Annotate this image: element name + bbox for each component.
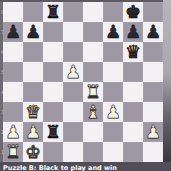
piece-black-pawn[interactable]: ♟ bbox=[25, 22, 41, 42]
piece-black-rook[interactable]: ♜ bbox=[45, 2, 61, 22]
square-b1[interactable]: ♚ bbox=[23, 142, 43, 162]
piece-black-queen[interactable]: ♛ bbox=[125, 42, 141, 62]
piece-white-pawn[interactable]: ♟ bbox=[105, 102, 121, 122]
chess-board: ♜♚♟♟♟♟♟♛♟♜♛♝♟♟♟♜♟♜♚ bbox=[3, 2, 163, 162]
square-e6[interactable] bbox=[83, 42, 103, 62]
rank-labels: 87654321 bbox=[0, 2, 3, 162]
square-e1[interactable] bbox=[83, 142, 103, 162]
square-g1[interactable] bbox=[123, 142, 143, 162]
square-c4[interactable] bbox=[43, 82, 63, 102]
square-f1[interactable] bbox=[103, 142, 123, 162]
caption-bar: Puzzle B: Black to play and win bbox=[0, 162, 171, 171]
square-f3[interactable]: ♟ bbox=[103, 102, 123, 122]
square-d4[interactable] bbox=[63, 82, 83, 102]
square-f7[interactable]: ♟ bbox=[103, 22, 123, 42]
square-d3[interactable] bbox=[63, 102, 83, 122]
square-f4[interactable] bbox=[103, 82, 123, 102]
piece-white-pawn[interactable]: ♟ bbox=[5, 122, 21, 142]
square-e2[interactable] bbox=[83, 122, 103, 142]
square-d5[interactable]: ♟ bbox=[63, 62, 83, 82]
square-a3[interactable] bbox=[3, 102, 23, 122]
piece-black-pawn[interactable]: ♟ bbox=[5, 22, 21, 42]
square-c6[interactable] bbox=[43, 42, 63, 62]
square-c7[interactable] bbox=[43, 22, 63, 42]
square-h5[interactable] bbox=[143, 62, 163, 82]
rank-label: 6 bbox=[0, 42, 3, 62]
piece-white-bishop[interactable]: ♝ bbox=[85, 102, 101, 122]
square-a1[interactable]: ♜ bbox=[3, 142, 23, 162]
square-d2[interactable] bbox=[63, 122, 83, 142]
square-e7[interactable] bbox=[83, 22, 103, 42]
square-g5[interactable] bbox=[123, 62, 143, 82]
piece-white-pawn[interactable]: ♟ bbox=[145, 122, 161, 142]
square-a7[interactable]: ♟ bbox=[3, 22, 23, 42]
square-a5[interactable] bbox=[3, 62, 23, 82]
square-d1[interactable] bbox=[63, 142, 83, 162]
square-c2[interactable]: ♜ bbox=[43, 122, 63, 142]
piece-black-rook[interactable]: ♜ bbox=[45, 122, 61, 142]
square-h3[interactable] bbox=[143, 102, 163, 122]
square-c3[interactable] bbox=[43, 102, 63, 122]
piece-white-rook[interactable]: ♜ bbox=[85, 82, 101, 102]
square-b4[interactable] bbox=[23, 82, 43, 102]
rank-label: 8 bbox=[0, 2, 3, 22]
rank-label: 3 bbox=[0, 102, 3, 122]
rank-label: 5 bbox=[0, 62, 3, 82]
piece-black-pawn[interactable]: ♟ bbox=[125, 22, 141, 42]
square-f8[interactable] bbox=[103, 2, 123, 22]
piece-black-king[interactable]: ♚ bbox=[125, 2, 141, 22]
square-h8[interactable] bbox=[143, 2, 163, 22]
square-b3[interactable]: ♛ bbox=[23, 102, 43, 122]
piece-white-king[interactable]: ♚ bbox=[25, 142, 41, 162]
square-b2[interactable]: ♟ bbox=[23, 122, 43, 142]
square-g2[interactable] bbox=[123, 122, 143, 142]
piece-white-pawn[interactable]: ♟ bbox=[25, 122, 41, 142]
square-h4[interactable] bbox=[143, 82, 163, 102]
piece-white-queen[interactable]: ♛ bbox=[25, 102, 41, 122]
board-right-edge bbox=[163, 0, 171, 162]
square-b7[interactable]: ♟ bbox=[23, 22, 43, 42]
rank-label: 2 bbox=[0, 122, 3, 142]
square-a6[interactable] bbox=[3, 42, 23, 62]
square-g6[interactable]: ♛ bbox=[123, 42, 143, 62]
square-a4[interactable] bbox=[3, 82, 23, 102]
square-b5[interactable] bbox=[23, 62, 43, 82]
piece-black-pawn[interactable]: ♟ bbox=[105, 22, 121, 42]
square-g4[interactable] bbox=[123, 82, 143, 102]
square-b8[interactable] bbox=[23, 2, 43, 22]
square-f6[interactable] bbox=[103, 42, 123, 62]
square-c1[interactable] bbox=[43, 142, 63, 162]
square-a2[interactable]: ♟ bbox=[3, 122, 23, 142]
square-d6[interactable] bbox=[63, 42, 83, 62]
square-c5[interactable] bbox=[43, 62, 63, 82]
square-f5[interactable] bbox=[103, 62, 123, 82]
square-h2[interactable]: ♟ bbox=[143, 122, 163, 142]
square-c8[interactable]: ♜ bbox=[43, 2, 63, 22]
rank-label: 4 bbox=[0, 82, 3, 102]
square-d8[interactable] bbox=[63, 2, 83, 22]
square-e3[interactable]: ♝ bbox=[83, 102, 103, 122]
square-h7[interactable]: ♟ bbox=[143, 22, 163, 42]
square-e5[interactable] bbox=[83, 62, 103, 82]
square-g7[interactable]: ♟ bbox=[123, 22, 143, 42]
chess-diagram: 87654321 ♜♚♟♟♟♟♟♛♟♜♛♝♟♟♟♜♟♜♚ Puzzle B: B… bbox=[0, 0, 171, 171]
rank-label: 1 bbox=[0, 142, 3, 162]
square-b6[interactable] bbox=[23, 42, 43, 62]
piece-white-pawn[interactable]: ♟ bbox=[65, 62, 81, 82]
square-g3[interactable] bbox=[123, 102, 143, 122]
square-g8[interactable]: ♚ bbox=[123, 2, 143, 22]
piece-black-pawn[interactable]: ♟ bbox=[145, 22, 161, 42]
rank-label: 7 bbox=[0, 22, 3, 42]
square-a8[interactable] bbox=[3, 2, 23, 22]
square-d7[interactable] bbox=[63, 22, 83, 42]
piece-white-rook[interactable]: ♜ bbox=[5, 142, 21, 162]
square-f2[interactable] bbox=[103, 122, 123, 142]
puzzle-caption: Puzzle B: Black to play and win bbox=[3, 164, 171, 171]
square-e4[interactable]: ♜ bbox=[83, 82, 103, 102]
square-h1[interactable] bbox=[143, 142, 163, 162]
square-e8[interactable] bbox=[83, 2, 103, 22]
square-h6[interactable] bbox=[143, 42, 163, 62]
